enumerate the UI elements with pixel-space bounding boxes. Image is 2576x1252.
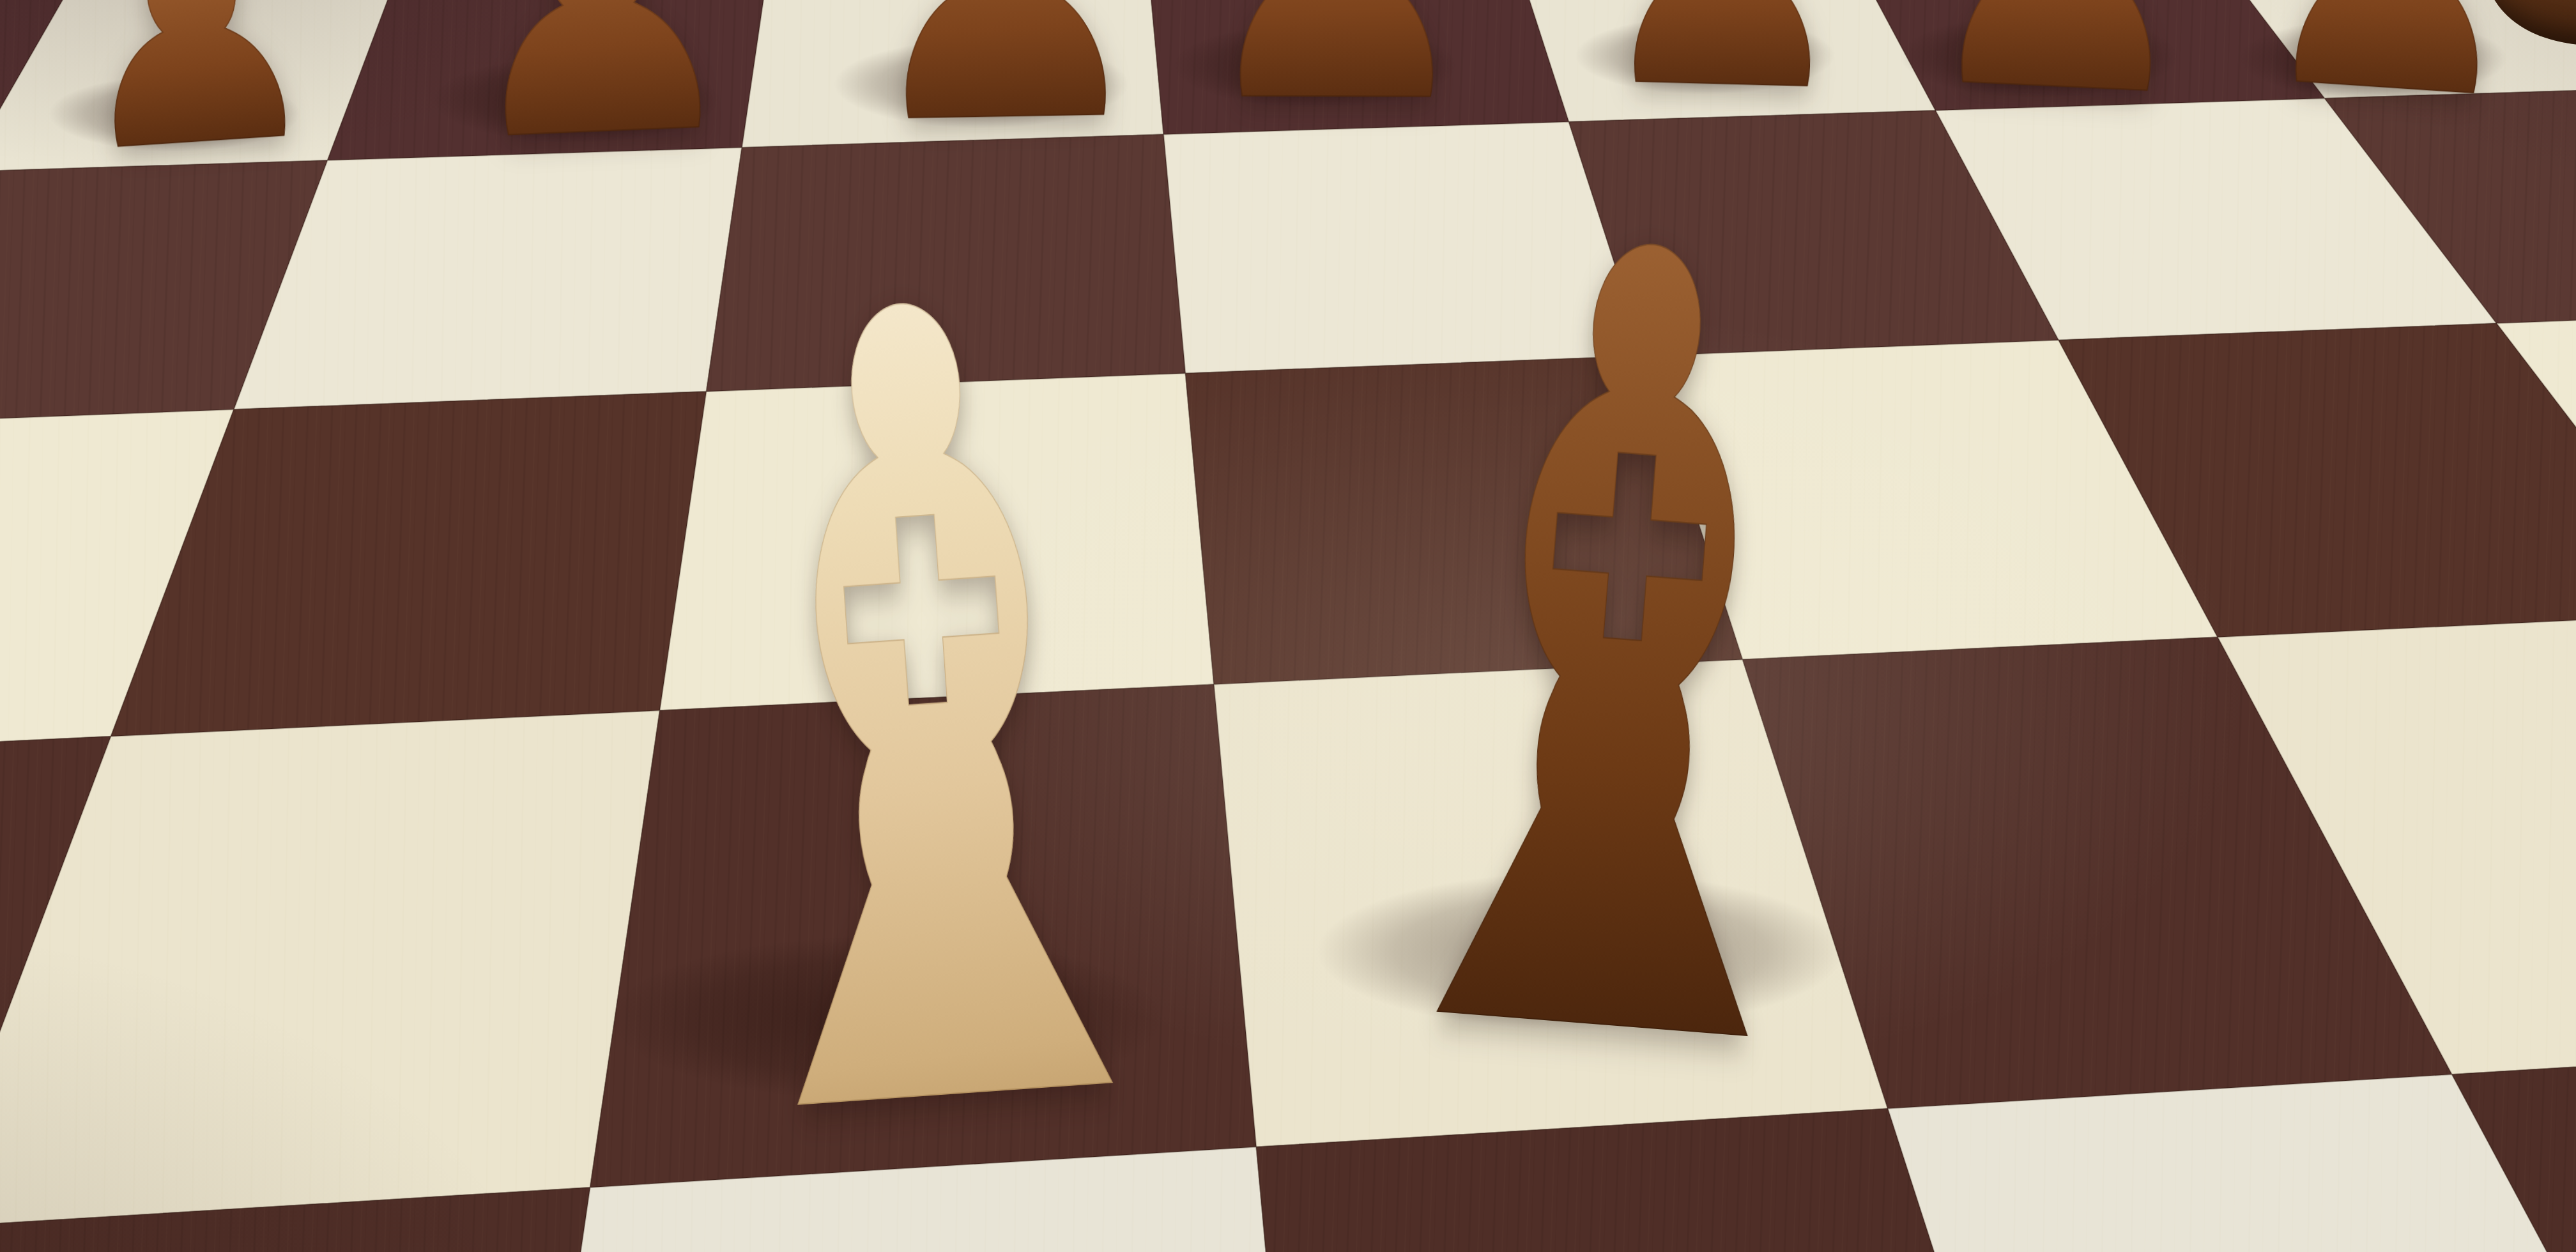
white-bishop-d4[interactable]: ♝ <box>591 158 1268 1252</box>
black-bishop-e4[interactable]: ♝ <box>1283 98 1959 1211</box>
wood-grain <box>0 710 660 1228</box>
black-pawn-h7[interactable]: ♟ <box>2247 0 2540 151</box>
chess-board <box>0 0 2576 1252</box>
black-pawn-b7[interactable]: ♟ <box>56 0 331 200</box>
chessboard-photo: ♟♟♟♟♟♟♟♟♝♝ <box>0 0 2576 1252</box>
